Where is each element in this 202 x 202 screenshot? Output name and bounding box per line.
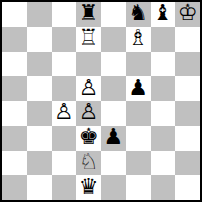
square-f8[interactable]: ♞: [126, 2, 151, 27]
square-f1[interactable]: [126, 175, 151, 200]
square-f5[interactable]: ♟: [126, 76, 151, 101]
black-queen-d1: ♛: [79, 176, 99, 198]
square-b7[interactable]: [27, 27, 52, 52]
square-g2[interactable]: [151, 151, 176, 176]
square-d8[interactable]: ♜: [76, 2, 101, 27]
square-c8[interactable]: [52, 2, 77, 27]
square-b3[interactable]: [27, 126, 52, 151]
square-g7[interactable]: [151, 27, 176, 52]
square-g3[interactable]: [151, 126, 176, 151]
black-pawn-f5: ♟: [128, 77, 148, 99]
square-h6[interactable]: [175, 52, 200, 77]
square-c1[interactable]: [52, 175, 77, 200]
square-f3[interactable]: [126, 126, 151, 151]
square-e6[interactable]: [101, 52, 126, 77]
chess-board: ♜♞♝♔♖♗♙♟♙♙♚♟♘♛: [0, 0, 202, 202]
square-g6[interactable]: [151, 52, 176, 77]
square-a1[interactable]: [2, 175, 27, 200]
square-g8[interactable]: ♝: [151, 2, 176, 27]
square-h3[interactable]: [175, 126, 200, 151]
square-c2[interactable]: [52, 151, 77, 176]
square-a8[interactable]: [2, 2, 27, 27]
square-c6[interactable]: [52, 52, 77, 77]
square-h5[interactable]: [175, 76, 200, 101]
black-rook-d8: ♜: [79, 2, 99, 24]
square-c5[interactable]: [52, 76, 77, 101]
square-f4[interactable]: [126, 101, 151, 126]
square-e4[interactable]: [101, 101, 126, 126]
black-bishop-g8: ♝: [153, 2, 173, 24]
square-a3[interactable]: [2, 126, 27, 151]
square-d6[interactable]: [76, 52, 101, 77]
square-b6[interactable]: [27, 52, 52, 77]
square-a7[interactable]: [2, 27, 27, 52]
square-b8[interactable]: [27, 2, 52, 27]
square-e8[interactable]: [101, 2, 126, 27]
white-pawn-c4: ♙: [54, 101, 74, 123]
square-d3[interactable]: ♚: [76, 126, 101, 151]
square-c4[interactable]: ♙: [52, 101, 77, 126]
chess-diagram: ♜♞♝♔♖♗♙♟♙♙♚♟♘♛: [0, 0, 202, 202]
white-bishop-f7: ♗: [128, 27, 148, 49]
square-c3[interactable]: [52, 126, 77, 151]
square-e2[interactable]: [101, 151, 126, 176]
square-e3[interactable]: ♟: [101, 126, 126, 151]
square-b2[interactable]: [27, 151, 52, 176]
white-pawn-d4: ♙: [79, 101, 99, 123]
white-knight-d2: ♘: [79, 151, 99, 173]
square-e7[interactable]: [101, 27, 126, 52]
square-e5[interactable]: [101, 76, 126, 101]
square-h4[interactable]: [175, 101, 200, 126]
square-b4[interactable]: [27, 101, 52, 126]
square-d1[interactable]: ♛: [76, 175, 101, 200]
square-a4[interactable]: [2, 101, 27, 126]
square-d2[interactable]: ♘: [76, 151, 101, 176]
white-king-h8: ♔: [178, 2, 198, 24]
square-g4[interactable]: [151, 101, 176, 126]
white-pawn-d5: ♙: [79, 77, 99, 99]
square-b1[interactable]: [27, 175, 52, 200]
square-h2[interactable]: [175, 151, 200, 176]
square-a6[interactable]: [2, 52, 27, 77]
square-h8[interactable]: ♔: [175, 2, 200, 27]
square-f2[interactable]: [126, 151, 151, 176]
square-a2[interactable]: [2, 151, 27, 176]
square-a5[interactable]: [2, 76, 27, 101]
square-f7[interactable]: ♗: [126, 27, 151, 52]
square-b5[interactable]: [27, 76, 52, 101]
black-knight-f8: ♞: [128, 2, 148, 24]
black-pawn-e3: ♟: [104, 126, 124, 148]
square-f6[interactable]: [126, 52, 151, 77]
square-h7[interactable]: [175, 27, 200, 52]
square-d5[interactable]: ♙: [76, 76, 101, 101]
square-d4[interactable]: ♙: [76, 101, 101, 126]
square-g1[interactable]: [151, 175, 176, 200]
square-c7[interactable]: [52, 27, 77, 52]
square-e1[interactable]: [101, 175, 126, 200]
square-h1[interactable]: [175, 175, 200, 200]
square-d7[interactable]: ♖: [76, 27, 101, 52]
square-g5[interactable]: [151, 76, 176, 101]
white-rook-d7: ♖: [79, 27, 99, 49]
black-king-d3: ♚: [79, 126, 99, 148]
